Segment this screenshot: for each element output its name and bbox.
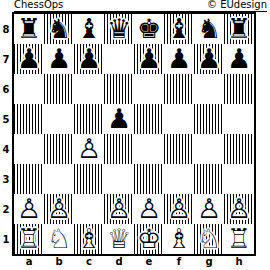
piece-white-pawn-g2: ♙: [197, 194, 221, 224]
square-c1[interactable]: ♗: [74, 224, 104, 254]
square-b2[interactable]: ♙: [44, 194, 74, 224]
square-c8[interactable]: ♝: [74, 14, 104, 44]
file-labels: abcdefgh: [14, 256, 254, 269]
square-a8[interactable]: ♜: [14, 14, 44, 44]
square-b7[interactable]: ♟: [44, 44, 74, 74]
square-d6[interactable]: [104, 74, 134, 104]
rank-labels: 87654321: [0, 14, 12, 254]
piece-white-knight-g1: ♘: [197, 224, 221, 254]
piece-black-pawn-h7: ♟: [227, 44, 251, 74]
copyright-text: © EUdesign: [207, 0, 267, 10]
piece-black-pawn-a7: ♟: [17, 44, 41, 74]
square-e5[interactable]: [134, 104, 164, 134]
piece-white-pawn-e2: ♙: [137, 194, 161, 224]
square-d2[interactable]: ♙: [104, 194, 134, 224]
piece-black-queen-d8: ♛: [107, 14, 131, 44]
rank-label-3: 3: [0, 164, 12, 194]
piece-white-knight-b1: ♘: [47, 224, 71, 254]
rank-label-6: 6: [0, 74, 12, 104]
piece-white-pawn-a2: ♙: [17, 194, 41, 224]
app-title: ChessOps: [14, 0, 63, 10]
board-frame: ♜♞♝♛♚♝♞♜♟♟♟♟♟♟♟♟♙♙♙♙♙♙♙♙♖♘♗♕♔♗♘♖: [12, 12, 256, 256]
piece-black-rook-h8: ♜: [227, 14, 251, 44]
piece-black-king-e8: ♚: [137, 14, 161, 44]
file-label-e: e: [134, 256, 164, 269]
square-d1[interactable]: ♕: [104, 224, 134, 254]
rank-label-1: 1: [0, 224, 12, 254]
square-d7[interactable]: [104, 44, 134, 74]
piece-white-queen-d1: ♕: [107, 224, 131, 254]
square-c4[interactable]: ♙: [74, 134, 104, 164]
piece-white-bishop-f1: ♗: [167, 224, 191, 254]
square-h3[interactable]: [224, 164, 254, 194]
square-e7[interactable]: ♟: [134, 44, 164, 74]
piece-white-rook-h1: ♖: [227, 224, 251, 254]
square-h8[interactable]: ♜: [224, 14, 254, 44]
square-c3[interactable]: [74, 164, 104, 194]
piece-black-pawn-c7: ♟: [77, 44, 101, 74]
piece-black-rook-a8: ♜: [17, 14, 41, 44]
file-label-b: b: [44, 256, 74, 269]
piece-black-pawn-d5: ♟: [107, 104, 131, 134]
file-label-d: d: [104, 256, 134, 269]
piece-white-pawn-d2: ♙: [107, 194, 131, 224]
square-g8[interactable]: ♞: [194, 14, 224, 44]
square-c6[interactable]: [74, 74, 104, 104]
square-b8[interactable]: ♞: [44, 14, 74, 44]
square-e3[interactable]: [134, 164, 164, 194]
square-a5[interactable]: [14, 104, 44, 134]
square-a1[interactable]: ♖: [14, 224, 44, 254]
piece-black-pawn-e7: ♟: [137, 44, 161, 74]
square-e8[interactable]: ♚: [134, 14, 164, 44]
square-g3[interactable]: [194, 164, 224, 194]
square-f3[interactable]: [164, 164, 194, 194]
header: ChessOps © EUdesign: [14, 0, 267, 12]
piece-white-pawn-f2: ♙: [167, 194, 191, 224]
piece-black-bishop-c8: ♝: [77, 14, 101, 44]
square-f1[interactable]: ♗: [164, 224, 194, 254]
square-h6[interactable]: [224, 74, 254, 104]
square-g4[interactable]: [194, 134, 224, 164]
rank-label-4: 4: [0, 134, 12, 164]
piece-white-king-e1: ♔: [137, 224, 161, 254]
chessops-diagram-page: ChessOps © EUdesign 87654321 ♜♞♝♛♚♝♞♜♟♟♟…: [0, 0, 270, 270]
piece-black-pawn-f7: ♟: [167, 44, 191, 74]
square-h1[interactable]: ♖: [224, 224, 254, 254]
square-a6[interactable]: [14, 74, 44, 104]
square-a7[interactable]: ♟: [14, 44, 44, 74]
square-a4[interactable]: [14, 134, 44, 164]
piece-black-bishop-f8: ♝: [167, 14, 191, 44]
square-d5[interactable]: ♟: [104, 104, 134, 134]
file-label-c: c: [74, 256, 104, 269]
square-h7[interactable]: ♟: [224, 44, 254, 74]
square-e6[interactable]: [134, 74, 164, 104]
rank-label-5: 5: [0, 104, 12, 134]
square-e4[interactable]: [134, 134, 164, 164]
square-h5[interactable]: [224, 104, 254, 134]
square-e1[interactable]: ♔: [134, 224, 164, 254]
piece-black-pawn-g7: ♟: [197, 44, 221, 74]
square-f2[interactable]: ♙: [164, 194, 194, 224]
rank-label-2: 2: [0, 194, 12, 224]
board: ♜♞♝♛♚♝♞♜♟♟♟♟♟♟♟♟♙♙♙♙♙♙♙♙♖♘♗♕♔♗♘♖: [14, 14, 254, 254]
square-a3[interactable]: [14, 164, 44, 194]
piece-black-knight-b8: ♞: [47, 14, 71, 44]
square-b1[interactable]: ♘: [44, 224, 74, 254]
piece-white-pawn-c4: ♙: [77, 134, 101, 164]
square-h2[interactable]: ♙: [224, 194, 254, 224]
square-b6[interactable]: [44, 74, 74, 104]
square-b3[interactable]: [44, 164, 74, 194]
file-label-a: a: [14, 256, 44, 269]
square-f7[interactable]: ♟: [164, 44, 194, 74]
square-f6[interactable]: [164, 74, 194, 104]
square-c5[interactable]: [74, 104, 104, 134]
square-f5[interactable]: [164, 104, 194, 134]
square-f4[interactable]: [164, 134, 194, 164]
square-g7[interactable]: ♟: [194, 44, 224, 74]
piece-white-pawn-b2: ♙: [47, 194, 71, 224]
square-g5[interactable]: [194, 104, 224, 134]
square-d4[interactable]: [104, 134, 134, 164]
square-c7[interactable]: ♟: [74, 44, 104, 74]
square-b5[interactable]: [44, 104, 74, 134]
piece-white-pawn-h2: ♙: [227, 194, 251, 224]
rank-label-7: 7: [0, 44, 12, 74]
square-h4[interactable]: [224, 134, 254, 164]
square-e2[interactable]: ♙: [134, 194, 164, 224]
square-a2[interactable]: ♙: [14, 194, 44, 224]
file-label-f: f: [164, 256, 194, 269]
file-label-g: g: [194, 256, 224, 269]
square-c2[interactable]: [74, 194, 104, 224]
piece-black-knight-g8: ♞: [197, 14, 221, 44]
file-label-h: h: [224, 256, 254, 269]
piece-white-rook-a1: ♖: [17, 224, 41, 254]
square-g2[interactable]: ♙: [194, 194, 224, 224]
rank-label-8: 8: [0, 14, 12, 44]
piece-white-bishop-c1: ♗: [77, 224, 101, 254]
square-g1[interactable]: ♘: [194, 224, 224, 254]
square-d8[interactable]: ♛: [104, 14, 134, 44]
square-f8[interactable]: ♝: [164, 14, 194, 44]
piece-black-pawn-b7: ♟: [47, 44, 71, 74]
square-b4[interactable]: [44, 134, 74, 164]
square-g6[interactable]: [194, 74, 224, 104]
square-d3[interactable]: [104, 164, 134, 194]
